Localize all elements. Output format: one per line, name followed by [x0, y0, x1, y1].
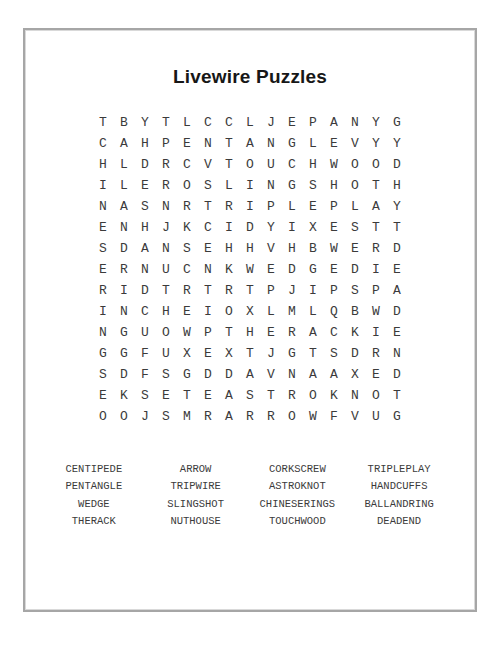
grid-cell[interactable]: C — [324, 322, 345, 343]
grid-cell[interactable]: R — [282, 385, 303, 406]
grid-cell[interactable]: H — [93, 154, 114, 175]
word-list-item: DEADEND — [348, 513, 450, 531]
grid-cell[interactable]: E — [177, 301, 198, 322]
grid-cell[interactable]: L — [114, 154, 135, 175]
grid-cell[interactable]: R — [177, 196, 198, 217]
grid-cell[interactable]: T — [303, 343, 324, 364]
grid-cell[interactable]: I — [282, 217, 303, 238]
grid-cell[interactable]: E — [156, 385, 177, 406]
grid-cell[interactable]: H — [282, 238, 303, 259]
grid-cell[interactable]: R — [261, 406, 282, 427]
grid-cell[interactable]: L — [240, 112, 261, 133]
word-list-item: PENTANGLE — [43, 478, 145, 496]
word-list-item: NUTHOUSE — [145, 513, 247, 531]
grid-cell[interactable]: P — [156, 133, 177, 154]
grid-cell[interactable]: B — [303, 238, 324, 259]
grid-cell[interactable]: I — [219, 217, 240, 238]
grid-cell[interactable]: L — [177, 112, 198, 133]
grid-cell[interactable]: E — [93, 259, 114, 280]
grid-cell[interactable]: E — [135, 175, 156, 196]
grid-cell[interactable]: R — [240, 406, 261, 427]
grid-cell[interactable]: E — [387, 322, 408, 343]
grid-cell[interactable]: B — [345, 301, 366, 322]
grid-cell[interactable]: O — [282, 406, 303, 427]
grid-cell[interactable]: W — [240, 259, 261, 280]
grid-cell[interactable]: E — [93, 217, 114, 238]
grid-cell[interactable]: I — [114, 280, 135, 301]
grid-cell[interactable]: T — [219, 154, 240, 175]
grid-cell[interactable]: Q — [324, 301, 345, 322]
grid-cell[interactable]: O — [366, 154, 387, 175]
grid-cell[interactable]: D — [114, 364, 135, 385]
grid-cell[interactable]: K — [114, 385, 135, 406]
grid-cell[interactable]: D — [114, 238, 135, 259]
grid-cell[interactable]: I — [198, 301, 219, 322]
grid-cell[interactable]: A — [114, 133, 135, 154]
grid-cell[interactable]: K — [345, 322, 366, 343]
grid-cell[interactable]: D — [387, 364, 408, 385]
grid-cell[interactable]: G — [114, 322, 135, 343]
grid-cell[interactable]: G — [387, 112, 408, 133]
grid-cell[interactable]: E — [93, 385, 114, 406]
grid-cell[interactable]: R — [219, 280, 240, 301]
grid-cell[interactable]: N — [387, 343, 408, 364]
grid-cell[interactable]: J — [135, 406, 156, 427]
grid-cell[interactable]: U — [135, 322, 156, 343]
grid-cell[interactable]: W — [177, 322, 198, 343]
grid-cell[interactable]: L — [219, 175, 240, 196]
word-list-item: CORKSCREW — [247, 460, 349, 478]
grid-cell[interactable]: O — [93, 406, 114, 427]
word-list-item: HANDCUFFS — [348, 478, 450, 496]
grid-cell[interactable]: N — [198, 133, 219, 154]
grid-cell[interactable]: V — [345, 406, 366, 427]
grid-cell[interactable]: N — [156, 238, 177, 259]
grid-cell[interactable]: T — [156, 280, 177, 301]
grid-cell[interactable]: E — [282, 112, 303, 133]
grid-cell[interactable]: S — [240, 385, 261, 406]
grid-cell[interactable]: C — [177, 259, 198, 280]
grid-cell[interactable]: P — [261, 280, 282, 301]
grid-cell[interactable]: T — [219, 322, 240, 343]
grid-cell[interactable]: P — [324, 280, 345, 301]
grid-cell[interactable]: G — [114, 343, 135, 364]
grid-cell[interactable]: V — [198, 154, 219, 175]
grid-cell[interactable]: E — [198, 385, 219, 406]
grid-cell[interactable]: H — [219, 238, 240, 259]
grid-cell[interactable]: A — [219, 406, 240, 427]
grid-cell[interactable]: R — [282, 322, 303, 343]
grid-cell[interactable]: G — [282, 175, 303, 196]
grid-cell[interactable]: T — [387, 217, 408, 238]
grid-cell[interactable]: O — [156, 322, 177, 343]
word-list-item: TRIPLEPLAY — [348, 460, 450, 478]
grid-cell[interactable]: H — [240, 322, 261, 343]
grid-cell[interactable]: Y — [387, 196, 408, 217]
grid-cell[interactable]: R — [93, 280, 114, 301]
word-list-item: CHINESERINGS — [247, 495, 349, 513]
grid-cell[interactable]: G — [93, 343, 114, 364]
grid-cell[interactable]: S — [135, 196, 156, 217]
word-list-item: THERACK — [43, 513, 145, 531]
grid-cell[interactable]: V — [261, 364, 282, 385]
grid-cell[interactable]: L — [282, 196, 303, 217]
grid-cell[interactable]: H — [135, 217, 156, 238]
grid-cell[interactable]: T — [198, 196, 219, 217]
grid-cell[interactable]: T — [219, 133, 240, 154]
grid-cell[interactable]: T — [156, 112, 177, 133]
grid-cell[interactable]: O — [219, 301, 240, 322]
grid-cell[interactable]: R — [156, 175, 177, 196]
grid-cell[interactable]: C — [198, 217, 219, 238]
word-list-item: WEDGE — [43, 495, 145, 513]
grid-cell[interactable]: O — [345, 175, 366, 196]
grid-cell[interactable]: A — [114, 196, 135, 217]
grid-cell[interactable]: I — [240, 196, 261, 217]
grid-cell[interactable]: C — [219, 112, 240, 133]
grid-cell[interactable]: A — [219, 385, 240, 406]
grid-cell[interactable]: Y — [135, 112, 156, 133]
grid-cell[interactable]: E — [387, 259, 408, 280]
grid-cell[interactable]: A — [135, 238, 156, 259]
grid-cell[interactable]: I — [366, 322, 387, 343]
word-list-item: BALLANDRING — [348, 495, 450, 513]
word-list-item: TOUCHWOOD — [247, 513, 349, 531]
grid-cell[interactable]: X — [303, 217, 324, 238]
word-search-grid: TBYTLCCLJEPANYGCAHPENTANGLEVYYHLDRCVTOUC… — [93, 112, 408, 427]
grid-cell[interactable]: X — [345, 364, 366, 385]
grid-cell[interactable]: R — [366, 343, 387, 364]
grid-cell[interactable]: E — [177, 133, 198, 154]
grid-cell[interactable]: I — [93, 301, 114, 322]
grid-cell[interactable]: T — [240, 280, 261, 301]
word-list-item: ARROW — [145, 460, 247, 478]
grid-cell[interactable]: P — [303, 112, 324, 133]
word-list-item: SLINGSHOT — [145, 495, 247, 513]
grid-cell[interactable]: D — [240, 217, 261, 238]
grid-cell[interactable]: J — [261, 112, 282, 133]
grid-cell[interactable]: U — [156, 259, 177, 280]
grid-cell[interactable]: P — [366, 280, 387, 301]
grid-cell[interactable]: Y — [387, 133, 408, 154]
grid-cell[interactable]: W — [303, 406, 324, 427]
grid-cell[interactable]: C — [282, 154, 303, 175]
grid-cell[interactable]: E — [324, 217, 345, 238]
grid-cell[interactable]: G — [303, 259, 324, 280]
grid-cell[interactable]: L — [114, 175, 135, 196]
grid-cell[interactable]: H — [387, 175, 408, 196]
grid-cell[interactable]: A — [240, 364, 261, 385]
grid-cell[interactable]: H — [156, 301, 177, 322]
grid-cell[interactable]: W — [324, 238, 345, 259]
grid-cell[interactable]: R — [156, 154, 177, 175]
grid-cell[interactable]: R — [114, 259, 135, 280]
grid-cell[interactable]: R — [198, 406, 219, 427]
grid-cell[interactable]: I — [240, 175, 261, 196]
grid-cell[interactable]: A — [324, 112, 345, 133]
grid-cell[interactable]: Y — [366, 112, 387, 133]
grid-cell[interactable]: Y — [261, 217, 282, 238]
grid-cell[interactable]: J — [261, 343, 282, 364]
grid-cell[interactable]: T — [387, 385, 408, 406]
grid-cell[interactable]: J — [282, 280, 303, 301]
grid-cell[interactable]: G — [282, 343, 303, 364]
grid-cell[interactable]: G — [387, 406, 408, 427]
grid-cell[interactable]: S — [135, 385, 156, 406]
grid-cell[interactable]: N — [93, 196, 114, 217]
grid-cell[interactable]: D — [219, 364, 240, 385]
grid-cell[interactable]: O — [177, 175, 198, 196]
grid-cell[interactable]: S — [345, 280, 366, 301]
grid-cell[interactable]: S — [156, 406, 177, 427]
grid-cell[interactable]: D — [345, 343, 366, 364]
grid-cell[interactable]: N — [114, 217, 135, 238]
grid-cell[interactable]: R — [366, 238, 387, 259]
grid-cell[interactable]: A — [366, 196, 387, 217]
word-list: CENTIPEDEARROWCORKSCREWTRIPLEPLAYPENTANG… — [43, 460, 450, 530]
grid-cell[interactable]: O — [114, 406, 135, 427]
grid-cell[interactable]: I — [303, 280, 324, 301]
grid-cell[interactable]: O — [345, 154, 366, 175]
grid-cell[interactable]: X — [219, 343, 240, 364]
grid-cell[interactable]: F — [135, 364, 156, 385]
grid-cell[interactable]: T — [198, 280, 219, 301]
grid-cell[interactable]: S — [177, 238, 198, 259]
grid-cell[interactable]: I — [366, 259, 387, 280]
grid-cell[interactable]: A — [324, 364, 345, 385]
grid-cell[interactable]: R — [177, 280, 198, 301]
grid-cell[interactable]: N — [261, 175, 282, 196]
grid-cell[interactable]: C — [135, 301, 156, 322]
grid-cell[interactable]: K — [324, 385, 345, 406]
grid-cell[interactable]: T — [261, 385, 282, 406]
grid-cell[interactable]: J — [156, 217, 177, 238]
grid-cell[interactable]: C — [177, 154, 198, 175]
grid-cell[interactable]: A — [240, 133, 261, 154]
grid-cell[interactable]: P — [198, 322, 219, 343]
grid-cell[interactable]: L — [303, 301, 324, 322]
grid-cell[interactable]: T — [240, 343, 261, 364]
grid-cell[interactable]: V — [261, 238, 282, 259]
grid-cell[interactable]: K — [219, 259, 240, 280]
grid-cell[interactable]: N — [135, 259, 156, 280]
grid-cell[interactable]: T — [366, 217, 387, 238]
grid-cell[interactable]: D — [198, 364, 219, 385]
grid-cell[interactable]: T — [93, 112, 114, 133]
grid-cell[interactable]: N — [156, 196, 177, 217]
grid-cell[interactable]: K — [177, 217, 198, 238]
grid-cell[interactable]: E — [261, 322, 282, 343]
grid-cell[interactable]: D — [345, 259, 366, 280]
grid-cell[interactable]: A — [303, 322, 324, 343]
grid-cell[interactable]: W — [366, 301, 387, 322]
word-list-item: ASTROKNOT — [247, 478, 349, 496]
grid-cell[interactable]: H — [240, 238, 261, 259]
grid-cell[interactable]: O — [366, 385, 387, 406]
grid-cell[interactable]: P — [261, 196, 282, 217]
grid-cell[interactable]: R — [219, 196, 240, 217]
grid-cell[interactable]: D — [282, 259, 303, 280]
grid-cell[interactable]: B — [114, 112, 135, 133]
grid-cell[interactable]: U — [261, 154, 282, 175]
grid-cell[interactable]: D — [135, 280, 156, 301]
grid-cell[interactable]: C — [198, 112, 219, 133]
grid-cell[interactable]: I — [93, 175, 114, 196]
grid-cell[interactable]: M — [177, 406, 198, 427]
grid-cell[interactable]: G — [177, 364, 198, 385]
grid-cell[interactable]: N — [114, 301, 135, 322]
grid-cell[interactable]: S — [93, 238, 114, 259]
grid-cell[interactable]: U — [366, 406, 387, 427]
grid-cell[interactable]: V — [345, 133, 366, 154]
grid-cell[interactable]: X — [177, 343, 198, 364]
grid-cell[interactable]: S — [324, 343, 345, 364]
grid-cell[interactable]: X — [240, 301, 261, 322]
grid-cell[interactable]: U — [156, 343, 177, 364]
grid-cell[interactable]: H — [135, 133, 156, 154]
grid-cell[interactable]: F — [324, 406, 345, 427]
grid-cell[interactable]: Y — [366, 133, 387, 154]
grid-cell[interactable]: N — [282, 364, 303, 385]
grid-cell[interactable]: G — [282, 133, 303, 154]
grid-cell[interactable]: E — [366, 364, 387, 385]
grid-cell[interactable]: S — [303, 175, 324, 196]
word-list-item: CENTIPEDE — [43, 460, 145, 478]
grid-cell[interactable]: L — [261, 301, 282, 322]
grid-cell[interactable]: D — [387, 301, 408, 322]
grid-cell[interactable]: C — [93, 133, 114, 154]
grid-cell[interactable]: D — [387, 154, 408, 175]
word-list-item: TRIPWIRE — [145, 478, 247, 496]
grid-cell[interactable]: S — [198, 175, 219, 196]
grid-cell[interactable]: E — [345, 238, 366, 259]
grid-cell[interactable]: T — [366, 175, 387, 196]
puzzle-title: Livewire Puzzles — [25, 66, 475, 88]
grid-cell[interactable]: D — [387, 238, 408, 259]
grid-cell[interactable]: N — [93, 322, 114, 343]
grid-cell[interactable]: E — [303, 196, 324, 217]
grid-cell[interactable]: E — [198, 238, 219, 259]
grid-cell[interactable]: F — [135, 343, 156, 364]
grid-cell[interactable]: S — [156, 364, 177, 385]
grid-cell[interactable]: L — [345, 196, 366, 217]
grid-cell[interactable]: A — [387, 280, 408, 301]
puzzle-page-frame: Livewire Puzzles TBYTLCCLJEPANYGCAHPENTA… — [23, 28, 477, 612]
grid-cell[interactable]: N — [198, 259, 219, 280]
grid-cell[interactable]: E — [261, 259, 282, 280]
grid-cell[interactable]: N — [345, 112, 366, 133]
grid-cell[interactable]: S — [345, 217, 366, 238]
grid-cell[interactable]: P — [324, 196, 345, 217]
grid-cell[interactable]: O — [240, 154, 261, 175]
grid-cell[interactable]: M — [282, 301, 303, 322]
grid-cell[interactable]: A — [303, 364, 324, 385]
grid-cell[interactable]: W — [324, 154, 345, 175]
grid-cell[interactable]: S — [93, 364, 114, 385]
grid-cell[interactable]: D — [135, 154, 156, 175]
grid-cell[interactable]: N — [261, 133, 282, 154]
grid-cell[interactable]: N — [345, 385, 366, 406]
grid-cell[interactable]: H — [303, 154, 324, 175]
grid-cell[interactable]: T — [177, 385, 198, 406]
grid-cell[interactable]: E — [324, 133, 345, 154]
grid-cell[interactable]: H — [324, 175, 345, 196]
grid-cell[interactable]: E — [198, 343, 219, 364]
grid-cell[interactable]: O — [303, 385, 324, 406]
grid-cell[interactable]: E — [324, 259, 345, 280]
grid-cell[interactable]: L — [303, 133, 324, 154]
